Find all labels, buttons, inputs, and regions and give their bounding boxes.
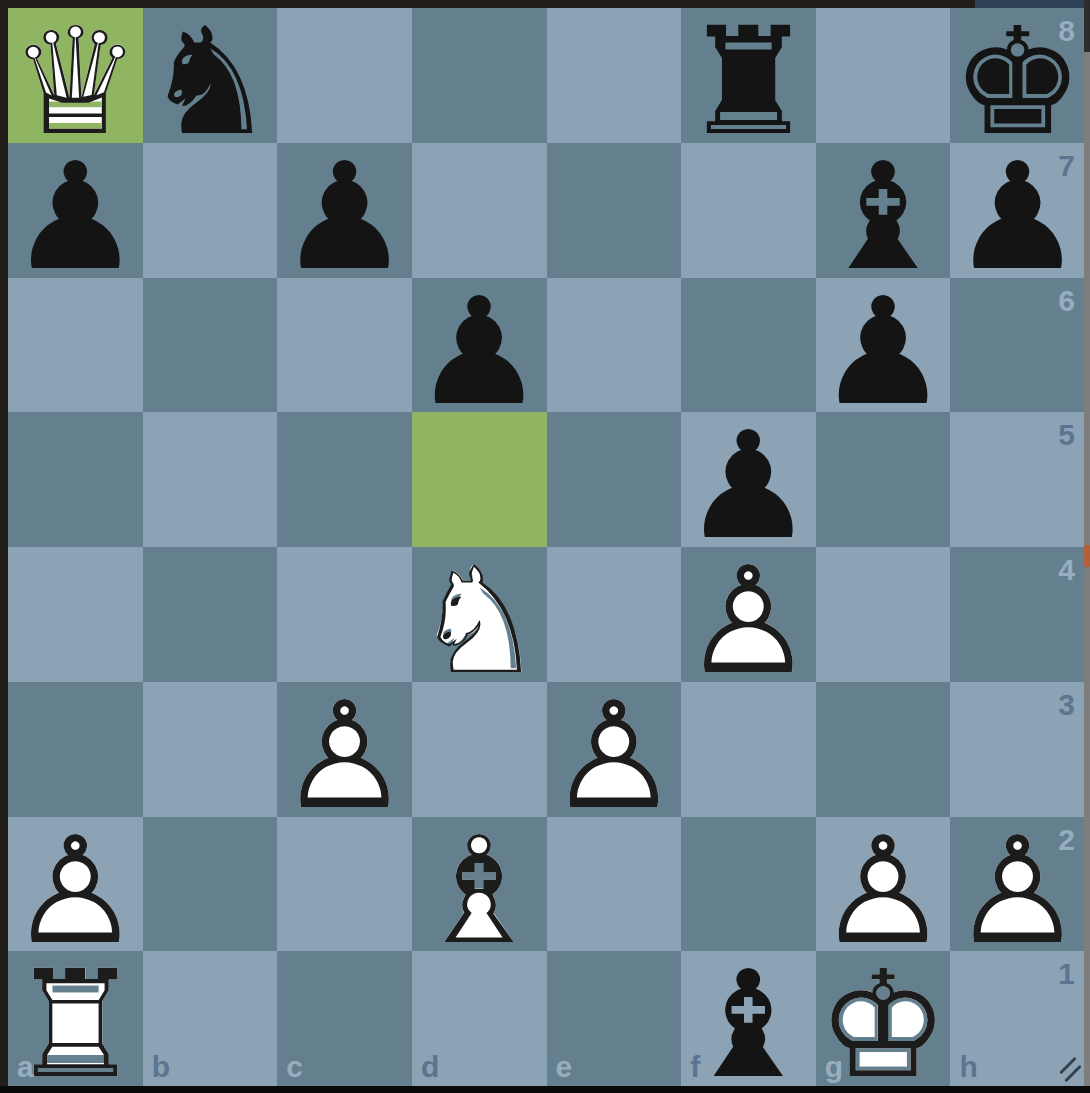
white-pawn[interactable]: ♟♙ bbox=[8, 817, 143, 952]
white-knight[interactable]: ♞♘ bbox=[412, 547, 547, 682]
square-f1[interactable]: f♝ bbox=[681, 951, 816, 1086]
square-a2[interactable]: ♟♙ bbox=[8, 817, 143, 952]
white-king[interactable]: ♚♔ bbox=[816, 951, 951, 1086]
bottom-edge bbox=[0, 1086, 1090, 1093]
square-g7[interactable]: ♝ bbox=[816, 143, 951, 278]
square-f6[interactable] bbox=[681, 278, 816, 413]
square-b4[interactable] bbox=[143, 547, 278, 682]
black-bishop[interactable]: ♝ bbox=[681, 951, 816, 1086]
square-g1[interactable]: g♚♔ bbox=[816, 951, 951, 1086]
square-g2[interactable]: ♟♙ bbox=[816, 817, 951, 952]
coord-file-c: c bbox=[286, 1050, 303, 1084]
square-f5[interactable]: ♟ bbox=[681, 412, 816, 547]
square-e8[interactable] bbox=[547, 8, 682, 143]
black-pawn[interactable]: ♟ bbox=[412, 278, 547, 413]
black-bishop[interactable]: ♝ bbox=[816, 143, 951, 278]
page: { "game": "chess", "board": { "files": [… bbox=[0, 0, 1090, 1093]
white-pawn[interactable]: ♟♙ bbox=[816, 817, 951, 952]
chess-board: ♛♕♞♜8♚♟♟♝7♟♟♟6♟5♞♘♟♙4♟♙♟♙3♟♙♝♗♟♙2♟♙a♜♖bc… bbox=[8, 8, 1085, 1086]
square-c4[interactable] bbox=[277, 547, 412, 682]
white-pawn[interactable]: ♟♙ bbox=[547, 682, 682, 817]
square-e5[interactable] bbox=[547, 412, 682, 547]
white-rook[interactable]: ♜♖ bbox=[8, 951, 143, 1086]
black-pawn-glyph: ♟ bbox=[413, 278, 546, 426]
square-b5[interactable] bbox=[143, 412, 278, 547]
square-d2[interactable]: ♝♗ bbox=[412, 817, 547, 952]
square-e6[interactable] bbox=[547, 278, 682, 413]
square-c7[interactable]: ♟ bbox=[277, 143, 412, 278]
white-pawn-outline: ♙ bbox=[951, 817, 1084, 965]
black-pawn[interactable]: ♟ bbox=[950, 143, 1085, 278]
black-pawn-glyph: ♟ bbox=[817, 278, 950, 426]
square-e4[interactable] bbox=[547, 547, 682, 682]
white-rook-outline: ♖ bbox=[9, 951, 142, 1093]
black-pawn-glyph: ♟ bbox=[9, 143, 142, 291]
square-b1[interactable]: b bbox=[143, 951, 278, 1086]
square-f2[interactable] bbox=[681, 817, 816, 952]
square-c5[interactable] bbox=[277, 412, 412, 547]
square-h8[interactable]: 8♚ bbox=[950, 8, 1085, 143]
black-pawn[interactable]: ♟ bbox=[681, 412, 816, 547]
square-h7[interactable]: 7♟ bbox=[950, 143, 1085, 278]
square-d6[interactable]: ♟ bbox=[412, 278, 547, 413]
square-b3[interactable] bbox=[143, 682, 278, 817]
square-c1[interactable]: c bbox=[277, 951, 412, 1086]
black-pawn[interactable]: ♟ bbox=[8, 143, 143, 278]
square-d4[interactable]: ♞♘ bbox=[412, 547, 547, 682]
square-c3[interactable]: ♟♙ bbox=[277, 682, 412, 817]
square-e3[interactable]: ♟♙ bbox=[547, 682, 682, 817]
coord-file-b: b bbox=[152, 1050, 170, 1084]
square-f4[interactable]: ♟♙ bbox=[681, 547, 816, 682]
square-a3[interactable] bbox=[8, 682, 143, 817]
square-a1[interactable]: a♜♖ bbox=[8, 951, 143, 1086]
white-bishop[interactable]: ♝♗ bbox=[412, 817, 547, 952]
square-d7[interactable] bbox=[412, 143, 547, 278]
white-queen[interactable]: ♛♕ bbox=[8, 8, 143, 143]
square-h2[interactable]: 2♟♙ bbox=[950, 817, 1085, 952]
black-pawn[interactable]: ♟ bbox=[816, 278, 951, 413]
square-h3[interactable]: 3 bbox=[950, 682, 1085, 817]
coord-file-h: h bbox=[959, 1050, 977, 1084]
square-g6[interactable]: ♟ bbox=[816, 278, 951, 413]
black-rook-glyph: ♜ bbox=[682, 8, 815, 156]
square-g8[interactable] bbox=[816, 8, 951, 143]
square-g3[interactable] bbox=[816, 682, 951, 817]
square-b2[interactable] bbox=[143, 817, 278, 952]
square-h5[interactable]: 5 bbox=[950, 412, 1085, 547]
white-bishop-outline: ♗ bbox=[413, 817, 546, 965]
square-f8[interactable]: ♜ bbox=[681, 8, 816, 143]
square-e1[interactable]: e bbox=[547, 951, 682, 1086]
white-knight-outline: ♘ bbox=[413, 547, 546, 695]
white-pawn[interactable]: ♟♙ bbox=[681, 547, 816, 682]
square-a5[interactable] bbox=[8, 412, 143, 547]
white-pawn[interactable]: ♟♙ bbox=[950, 817, 1085, 952]
square-h4[interactable]: 4 bbox=[950, 547, 1085, 682]
white-pawn-outline: ♙ bbox=[278, 682, 411, 830]
black-knight-glyph: ♞ bbox=[144, 8, 277, 156]
coord-rank-5: 5 bbox=[1058, 418, 1075, 452]
black-rook[interactable]: ♜ bbox=[681, 8, 816, 143]
coord-rank-3: 3 bbox=[1058, 688, 1075, 722]
square-a8[interactable]: ♛♕ bbox=[8, 8, 143, 143]
white-pawn[interactable]: ♟♙ bbox=[277, 682, 412, 817]
scrollbar[interactable] bbox=[1084, 0, 1090, 1086]
black-bishop-glyph: ♝ bbox=[682, 951, 815, 1093]
square-c8[interactable] bbox=[277, 8, 412, 143]
black-pawn-glyph: ♟ bbox=[951, 143, 1084, 291]
scrollbar-marker-icon bbox=[1084, 545, 1090, 567]
square-b6[interactable] bbox=[143, 278, 278, 413]
black-pawn[interactable]: ♟ bbox=[277, 143, 412, 278]
square-a4[interactable] bbox=[8, 547, 143, 682]
coord-file-d: d bbox=[421, 1050, 439, 1084]
coord-file-e: e bbox=[556, 1050, 573, 1084]
coord-rank-4: 4 bbox=[1058, 553, 1075, 587]
square-b8[interactable]: ♞ bbox=[143, 8, 278, 143]
scrollbar-top-segment bbox=[1084, 0, 1090, 52]
white-pawn-outline: ♙ bbox=[682, 547, 815, 695]
square-g4[interactable] bbox=[816, 547, 951, 682]
square-d8[interactable] bbox=[412, 8, 547, 143]
white-king-outline: ♔ bbox=[817, 951, 950, 1093]
board-resize-handle-icon[interactable] bbox=[1054, 1055, 1082, 1083]
white-pawn-outline: ♙ bbox=[547, 682, 680, 830]
square-e7[interactable] bbox=[547, 143, 682, 278]
black-pawn-glyph: ♟ bbox=[278, 143, 411, 291]
black-king[interactable]: ♚ bbox=[950, 8, 1085, 143]
black-knight[interactable]: ♞ bbox=[143, 8, 278, 143]
square-a7[interactable]: ♟ bbox=[8, 143, 143, 278]
